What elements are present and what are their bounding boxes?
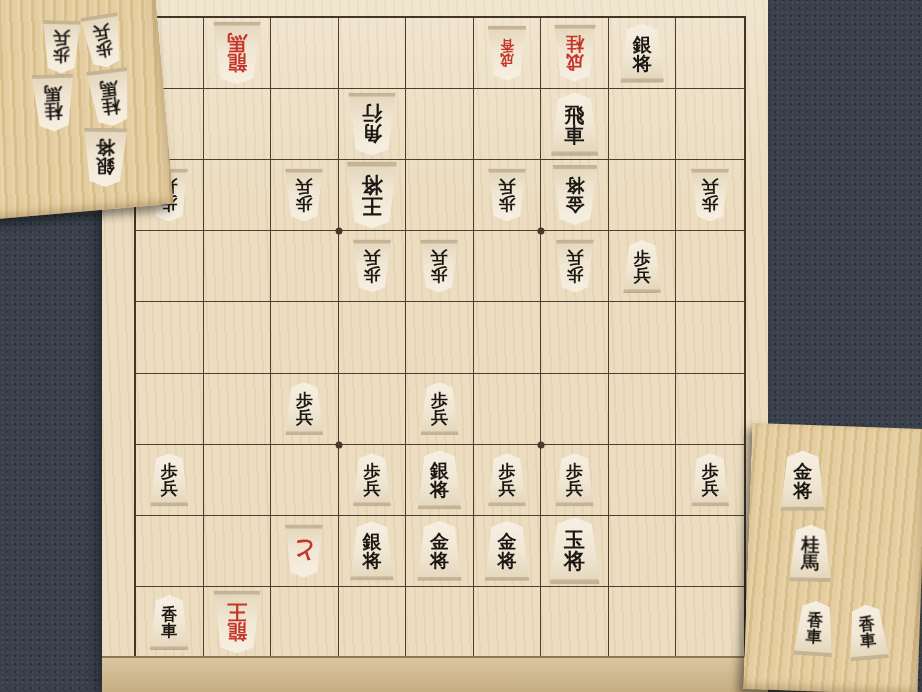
square-8c[interactable]: [204, 160, 272, 231]
piece-kanji: 兵: [431, 409, 448, 426]
piece-kanji: 将: [361, 174, 382, 195]
square-7b[interactable]: [271, 89, 339, 160]
piece-4c-歩兵[interactable]: 歩兵: [487, 169, 527, 222]
square-3i[interactable]: [541, 587, 609, 658]
square-1c[interactable]: 歩兵: [676, 160, 744, 231]
piece-kanji: 銀: [95, 157, 114, 176]
square-1a[interactable]: [676, 18, 744, 89]
piece-kanji: 兵: [499, 178, 516, 195]
piece-3h-玉将[interactable]: 玉将: [548, 517, 601, 584]
piece-kanji: 飛: [565, 104, 585, 124]
square-4d[interactable]: [474, 231, 542, 302]
piece-kanji: 歩: [363, 266, 380, 283]
piece-kanji: 車: [859, 631, 876, 648]
square-6b[interactable]: 角行: [339, 89, 407, 160]
piece-6b-角行[interactable]: 角行: [347, 93, 397, 156]
piece-kanji: 馬: [227, 33, 247, 53]
piece-7f-歩兵[interactable]: 歩兵: [284, 382, 324, 435]
piece-kanji: 兵: [702, 480, 719, 497]
square-4g[interactable]: 歩兵: [474, 445, 542, 516]
square-1g[interactable]: 歩兵: [676, 445, 744, 516]
piece-sente-hand-香車[interactable]: 香車: [845, 603, 891, 661]
piece-kanji: 歩: [499, 195, 516, 212]
square-7c[interactable]: 歩兵: [271, 160, 339, 231]
square-6i[interactable]: [339, 587, 407, 658]
piece-kanji: 歩: [161, 463, 178, 480]
square-6g[interactable]: 歩兵: [339, 445, 407, 516]
square-2e[interactable]: [609, 302, 677, 373]
piece-kanji: 兵: [499, 480, 516, 497]
square-5b[interactable]: [406, 89, 474, 160]
square-5e[interactable]: [406, 302, 474, 373]
piece-8i-龍王[interactable]: 龍王: [212, 591, 262, 654]
piece-kanji: 将: [498, 551, 517, 570]
piece-kanji: 馬: [44, 84, 63, 103]
square-7g[interactable]: [271, 445, 339, 516]
piece-kanji: 馬: [99, 79, 119, 99]
square-1f[interactable]: [676, 374, 744, 445]
square-3a[interactable]: 成桂: [541, 18, 609, 89]
komadai-gote: 歩兵歩兵桂馬桂馬銀将: [0, 0, 174, 220]
piece-kanji: 兵: [431, 249, 448, 266]
square-4f[interactable]: [474, 374, 542, 445]
board-front-edge: [102, 656, 768, 692]
square-5f[interactable]: 歩兵: [406, 374, 474, 445]
square-7f[interactable]: 歩兵: [271, 374, 339, 445]
square-7e[interactable]: [271, 302, 339, 373]
piece-kanji: 桂: [44, 102, 63, 121]
piece-3c-金将[interactable]: 金将: [551, 165, 598, 225]
square-2b[interactable]: [609, 89, 677, 160]
piece-4a-成香[interactable]: 成香: [487, 26, 528, 81]
square-6e[interactable]: [339, 302, 407, 373]
piece-kanji: 角: [362, 124, 382, 144]
piece-kanji: 兵: [53, 30, 70, 47]
square-3b[interactable]: 飛車: [541, 89, 609, 160]
square-1i[interactable]: [676, 587, 744, 658]
piece-7c-歩兵[interactable]: 歩兵: [284, 169, 324, 222]
piece-kanji: 香: [500, 39, 514, 53]
square-2a[interactable]: 銀将: [609, 18, 677, 89]
square-5a[interactable]: [406, 18, 474, 89]
piece-kanji: 歩: [634, 249, 651, 266]
square-8d[interactable]: [204, 231, 272, 302]
piece-kanji: 将: [430, 480, 449, 499]
piece-1c-歩兵[interactable]: 歩兵: [690, 169, 730, 222]
square-4a[interactable]: 成香: [474, 18, 542, 89]
piece-gote-hand-歩兵[interactable]: 歩兵: [41, 20, 82, 74]
square-6d[interactable]: 歩兵: [339, 231, 407, 302]
piece-kanji: 金: [565, 195, 584, 214]
piece-sente-hand-金将[interactable]: 金将: [779, 451, 826, 511]
piece-4h-金将[interactable]: 金将: [484, 521, 531, 581]
square-7i[interactable]: [271, 587, 339, 658]
square-7h[interactable]: と: [271, 516, 339, 587]
square-1e[interactable]: [676, 302, 744, 373]
komadai-sente: 金将桂馬香車香車: [743, 423, 922, 692]
square-3e[interactable]: [541, 302, 609, 373]
square-5i[interactable]: [406, 587, 474, 658]
piece-9i-香車[interactable]: 香車: [149, 595, 190, 650]
square-2h[interactable]: [609, 516, 677, 587]
piece-7h-と[interactable]: と: [284, 524, 324, 577]
piece-kanji: 将: [96, 138, 115, 157]
square-3g[interactable]: 歩兵: [541, 445, 609, 516]
square-2f[interactable]: [609, 374, 677, 445]
square-2g[interactable]: [609, 445, 677, 516]
piece-kanji: 成: [500, 53, 514, 67]
piece-kanji: と: [292, 539, 317, 563]
piece-kanji: 兵: [161, 480, 178, 497]
piece-kanji: 将: [633, 53, 652, 72]
square-7a[interactable]: [271, 18, 339, 89]
square-1d[interactable]: [676, 231, 744, 302]
square-3h[interactable]: 玉将: [541, 516, 609, 587]
piece-kanji: 将: [793, 481, 812, 500]
piece-kanji: 車: [161, 622, 177, 638]
piece-sente-hand-桂馬[interactable]: 桂馬: [788, 524, 833, 582]
piece-kanji: 兵: [363, 249, 380, 266]
piece-kanji: 兵: [296, 409, 313, 426]
shogi-board: 龍馬成香成桂銀将角行飛車歩兵歩兵王将歩兵金将歩兵歩兵歩兵歩兵歩兵歩兵歩兵歩兵歩兵…: [102, 0, 768, 692]
piece-6h-銀将[interactable]: 銀将: [349, 521, 395, 580]
piece-kanji: 歩: [296, 392, 313, 409]
piece-kanji: 将: [565, 176, 584, 195]
piece-kanji: 歩: [296, 195, 313, 212]
square-4c[interactable]: 歩兵: [474, 160, 542, 231]
piece-kanji: 歩: [431, 392, 448, 409]
square-9e[interactable]: [136, 302, 204, 373]
piece-kanji: 歩: [499, 463, 516, 480]
square-6f[interactable]: [339, 374, 407, 445]
square-8i[interactable]: 龍王: [204, 587, 272, 658]
piece-kanji: 兵: [566, 249, 583, 266]
square-3c[interactable]: 金将: [541, 160, 609, 231]
piece-4g-歩兵[interactable]: 歩兵: [487, 453, 527, 506]
piece-kanji: 歩: [702, 463, 719, 480]
square-1b[interactable]: [676, 89, 744, 160]
piece-kanji: 成: [566, 53, 584, 71]
square-5h[interactable]: 金将: [406, 516, 474, 587]
piece-kanji: 車: [565, 124, 585, 144]
square-4i[interactable]: [474, 587, 542, 658]
piece-gote-hand-銀将[interactable]: 銀将: [82, 128, 129, 188]
square-6a[interactable]: [339, 18, 407, 89]
piece-kanji: 兵: [702, 178, 719, 195]
piece-kanji: 王: [227, 602, 247, 622]
square-3d[interactable]: 歩兵: [541, 231, 609, 302]
square-9g[interactable]: 歩兵: [136, 445, 204, 516]
scene: 龍馬成香成桂銀将角行飛車歩兵歩兵王将歩兵金将歩兵歩兵歩兵歩兵歩兵歩兵歩兵歩兵歩兵…: [0, 0, 922, 692]
square-8e[interactable]: [204, 302, 272, 373]
piece-kanji: 車: [805, 628, 822, 645]
square-2i[interactable]: [609, 587, 677, 658]
square-4b[interactable]: [474, 89, 542, 160]
piece-sente-hand-香車[interactable]: 香車: [792, 599, 837, 657]
piece-6g-歩兵[interactable]: 歩兵: [352, 453, 392, 506]
piece-gote-hand-桂馬[interactable]: 桂馬: [30, 73, 76, 132]
piece-kanji: 銀: [633, 34, 652, 53]
square-8b[interactable]: [204, 89, 272, 160]
square-3f[interactable]: [541, 374, 609, 445]
square-2d[interactable]: 歩兵: [609, 231, 677, 302]
square-5d[interactable]: 歩兵: [406, 231, 474, 302]
piece-kanji: 歩: [702, 195, 719, 212]
piece-6d-歩兵[interactable]: 歩兵: [352, 240, 392, 293]
piece-kanji: 兵: [634, 266, 651, 283]
square-9i[interactable]: 香車: [136, 587, 204, 658]
star-point: [335, 228, 342, 235]
square-4e[interactable]: [474, 302, 542, 373]
piece-kanji: 兵: [566, 480, 583, 497]
piece-kanji: 将: [430, 551, 449, 570]
piece-3d-歩兵[interactable]: 歩兵: [555, 240, 595, 293]
piece-kanji: 歩: [566, 463, 583, 480]
piece-kanji: 玉: [564, 530, 585, 551]
square-8f[interactable]: [204, 374, 272, 445]
piece-5f-歩兵[interactable]: 歩兵: [419, 382, 459, 435]
piece-kanji: 歩: [363, 463, 380, 480]
piece-kanji: 歩: [566, 266, 583, 283]
square-2c[interactable]: [609, 160, 677, 231]
piece-kanji: 龍: [227, 622, 247, 642]
piece-kanji: 龍: [227, 53, 247, 73]
piece-1g-歩兵[interactable]: 歩兵: [690, 453, 730, 506]
piece-8a-龍馬[interactable]: 龍馬: [212, 22, 262, 85]
board-grid: 龍馬成香成桂銀将角行飛車歩兵歩兵王将歩兵金将歩兵歩兵歩兵歩兵歩兵歩兵歩兵歩兵歩兵…: [134, 16, 746, 660]
piece-3b-飛車[interactable]: 飛車: [550, 93, 600, 156]
square-9d[interactable]: [136, 231, 204, 302]
piece-2d-歩兵[interactable]: 歩兵: [622, 240, 662, 293]
piece-kanji: 兵: [296, 178, 313, 195]
square-5g[interactable]: 銀将: [406, 445, 474, 516]
piece-6c-王将[interactable]: 王将: [345, 162, 398, 229]
square-6c[interactable]: 王将: [339, 160, 407, 231]
piece-kanji: 銀: [362, 532, 381, 551]
piece-5g-銀将[interactable]: 銀将: [416, 450, 462, 509]
piece-kanji: 桂: [566, 35, 584, 53]
square-8h[interactable]: [204, 516, 272, 587]
piece-kanji: 馬: [801, 553, 819, 571]
square-8a[interactable]: 龍馬: [204, 18, 272, 89]
star-point: [538, 441, 545, 448]
piece-9g-歩兵[interactable]: 歩兵: [149, 453, 189, 506]
star-point: [538, 228, 545, 235]
square-8g[interactable]: [204, 445, 272, 516]
star-point: [335, 441, 342, 448]
square-4h[interactable]: 金将: [474, 516, 542, 587]
piece-2a-銀将[interactable]: 銀将: [619, 24, 665, 83]
piece-kanji: 将: [362, 551, 381, 570]
piece-kanji: 王: [361, 195, 382, 216]
piece-gote-hand-桂馬[interactable]: 桂馬: [85, 67, 136, 129]
piece-kanji: 歩: [53, 47, 70, 64]
piece-kanji: 兵: [363, 480, 380, 497]
piece-gote-hand-歩兵[interactable]: 歩兵: [79, 12, 127, 71]
square-1h[interactable]: [676, 516, 744, 587]
piece-5d-歩兵[interactable]: 歩兵: [419, 240, 459, 293]
piece-3a-成桂[interactable]: 成桂: [553, 25, 597, 82]
piece-kanji: 将: [564, 551, 585, 572]
square-7d[interactable]: [271, 231, 339, 302]
piece-kanji: 兵: [92, 23, 111, 42]
square-9f[interactable]: [136, 374, 204, 445]
piece-kanji: 行: [362, 104, 382, 124]
piece-3g-歩兵[interactable]: 歩兵: [555, 453, 595, 506]
square-9h[interactable]: [136, 516, 204, 587]
square-5c[interactable]: [406, 160, 474, 231]
piece-kanji: 銀: [430, 461, 449, 480]
square-6h[interactable]: 銀将: [339, 516, 407, 587]
piece-5h-金将[interactable]: 金将: [416, 521, 463, 581]
piece-kanji: 歩: [431, 266, 448, 283]
